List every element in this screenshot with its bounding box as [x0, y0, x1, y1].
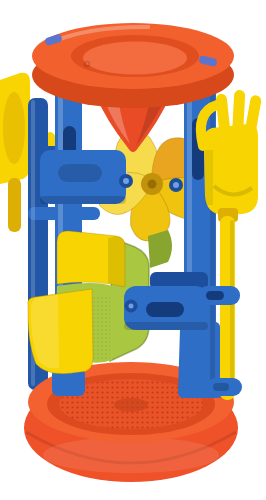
lower-wheel-axle-dot [129, 304, 134, 309]
upper-wheel-bracket [40, 150, 133, 204]
base-sieve-center [114, 398, 148, 412]
product-photo-sand-wheel-toy [0, 0, 266, 500]
rake-clip-mid-slot [206, 291, 224, 300]
bracket-slot-left [58, 164, 102, 182]
rake-palm-shade [205, 150, 213, 205]
lid-plateau [83, 42, 187, 75]
shovel-scoop-hollow [3, 92, 25, 164]
lower-wheel-top-blade-shade [108, 236, 125, 287]
bracket-shade-left [40, 196, 126, 204]
upper-wheel-axle-dot [173, 182, 179, 188]
shovel-handle [8, 178, 21, 232]
bracket-slot-right [146, 302, 184, 317]
upper-wheel-left-axle-dot [123, 178, 129, 184]
toy-illustration [0, 0, 266, 500]
base-front-sheen [43, 437, 219, 473]
lid [32, 23, 234, 108]
rake-clip-bottom-slot [213, 383, 229, 391]
bracket-shade-right [124, 322, 208, 330]
upper-wheel-hub-center [148, 180, 157, 189]
rake-handle-shade [230, 220, 234, 394]
